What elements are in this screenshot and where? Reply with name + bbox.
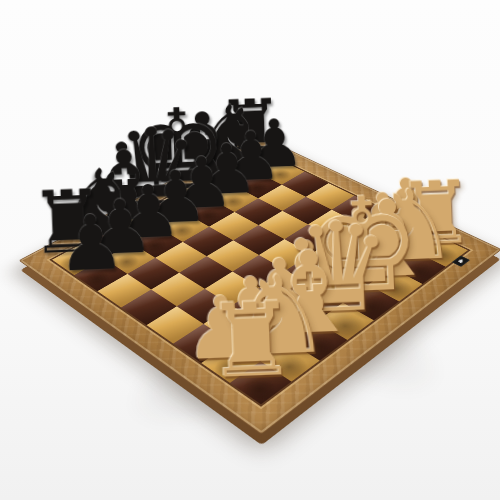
chessboard-scene: ♞ ♙♙♙ ♜♞♟♝♟♚♟♛♟♝♟♞♟♟♜♟♟♜♟♟♞♟♝♟♚♟♛♟♝♟♞♜ bbox=[82, 78, 437, 433]
rook-glyph: ♜ bbox=[143, 288, 360, 393]
product-photo-stage: ♞ ♙♙♙ ♜♞♟♝♟♚♟♛♟♝♟♞♟♟♜♟♟♜♟♟♞♟♝♟♚♟♛♟♝♟♞♜ bbox=[0, 0, 500, 500]
pawn-glyph: ♟ bbox=[0, 203, 184, 282]
